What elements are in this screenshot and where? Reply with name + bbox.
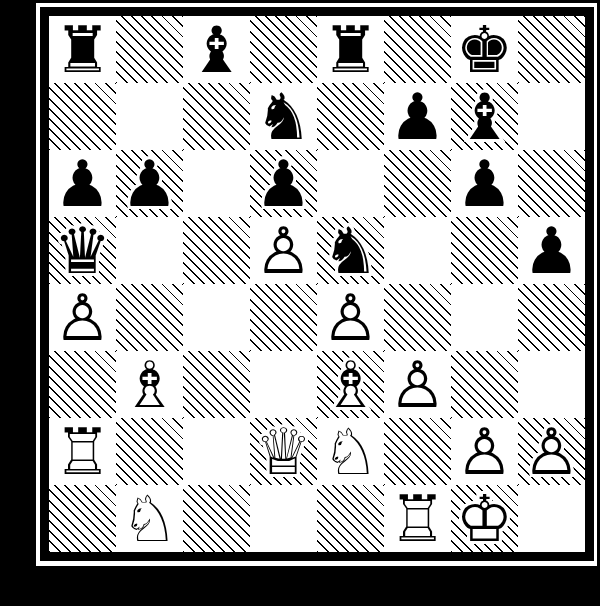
- square-c7[interactable]: [183, 83, 250, 150]
- piece-white-queen[interactable]: ♛♕: [250, 418, 317, 485]
- chess-board: ♜♜♝♝♜♜♚♚♞♞♟♟♝♝♟♟♟♟♟♟♟♟♛♛♟♙♞♞♟♟♟♙♟♙♝♗♝♗♟♙…: [49, 16, 585, 552]
- square-g1[interactable]: ♚♔: [451, 485, 518, 552]
- piece-black-queen[interactable]: ♛♛: [49, 217, 116, 284]
- piece-glyph: ♘: [121, 487, 178, 551]
- piece-black-pawn[interactable]: ♟♟: [116, 150, 183, 217]
- square-f8[interactable]: [384, 16, 451, 83]
- square-b5[interactable]: [116, 217, 183, 284]
- piece-glyph: ♙: [255, 219, 312, 283]
- piece-white-pawn[interactable]: ♟♙: [49, 284, 116, 351]
- square-d3[interactable]: [250, 351, 317, 418]
- square-e3[interactable]: ♝♗: [317, 351, 384, 418]
- square-h1[interactable]: [518, 485, 585, 552]
- piece-glyph: ♙: [54, 286, 111, 350]
- square-a4[interactable]: ♟♙: [49, 284, 116, 351]
- square-h8[interactable]: [518, 16, 585, 83]
- piece-glyph: ♙: [322, 286, 379, 350]
- square-b4[interactable]: [116, 284, 183, 351]
- piece-glyph: ♖: [389, 487, 446, 551]
- piece-black-pawn[interactable]: ♟♟: [250, 150, 317, 217]
- piece-glyph: ♝: [188, 18, 245, 82]
- square-e5[interactable]: ♞♞: [317, 217, 384, 284]
- piece-glyph: ♗: [121, 353, 178, 417]
- square-b6[interactable]: ♟♟: [116, 150, 183, 217]
- square-b8[interactable]: [116, 16, 183, 83]
- square-g4[interactable]: [451, 284, 518, 351]
- piece-white-knight[interactable]: ♞♘: [317, 418, 384, 485]
- square-e2[interactable]: ♞♘: [317, 418, 384, 485]
- piece-glyph: ♘: [322, 420, 379, 484]
- piece-black-pawn[interactable]: ♟♟: [384, 83, 451, 150]
- square-h4[interactable]: [518, 284, 585, 351]
- piece-glyph: ♟: [523, 219, 580, 283]
- piece-white-pawn[interactable]: ♟♙: [317, 284, 384, 351]
- piece-black-rook[interactable]: ♜♜: [49, 16, 116, 83]
- square-g2[interactable]: ♟♙: [451, 418, 518, 485]
- square-c1[interactable]: [183, 485, 250, 552]
- square-b7[interactable]: [116, 83, 183, 150]
- piece-glyph: ♜: [322, 18, 379, 82]
- square-g5[interactable]: [451, 217, 518, 284]
- piece-black-pawn[interactable]: ♟♟: [49, 150, 116, 217]
- square-f1[interactable]: ♜♖: [384, 485, 451, 552]
- square-d1[interactable]: [250, 485, 317, 552]
- piece-glyph: ♟: [456, 152, 513, 216]
- square-f4[interactable]: [384, 284, 451, 351]
- piece-glyph: ♛: [54, 219, 111, 283]
- square-h2[interactable]: ♟♙: [518, 418, 585, 485]
- square-e4[interactable]: ♟♙: [317, 284, 384, 351]
- square-f2[interactable]: [384, 418, 451, 485]
- piece-white-pawn[interactable]: ♟♙: [250, 217, 317, 284]
- piece-glyph: ♕: [255, 420, 312, 484]
- square-b1[interactable]: ♞♘: [116, 485, 183, 552]
- piece-glyph: ♟: [255, 152, 312, 216]
- piece-glyph: ♚: [456, 18, 513, 82]
- square-e8[interactable]: ♜♜: [317, 16, 384, 83]
- square-a7[interactable]: [49, 83, 116, 150]
- square-a1[interactable]: [49, 485, 116, 552]
- square-d5[interactable]: ♟♙: [250, 217, 317, 284]
- piece-glyph: ♝: [456, 85, 513, 149]
- board-sheet: ♜♜♝♝♜♜♚♚♞♞♟♟♝♝♟♟♟♟♟♟♟♟♛♛♟♙♞♞♟♟♟♙♟♙♝♗♝♗♟♙…: [36, 3, 597, 566]
- piece-white-rook[interactable]: ♜♖: [384, 485, 451, 552]
- piece-glyph: ♞: [255, 85, 312, 149]
- piece-white-king[interactable]: ♚♔: [451, 485, 518, 552]
- square-a6[interactable]: ♟♟: [49, 150, 116, 217]
- square-e1[interactable]: [317, 485, 384, 552]
- square-g3[interactable]: [451, 351, 518, 418]
- piece-glyph: ♟: [389, 85, 446, 149]
- piece-white-bishop[interactable]: ♝♗: [116, 351, 183, 418]
- piece-glyph: ♜: [54, 18, 111, 82]
- square-d7[interactable]: ♞♞: [250, 83, 317, 150]
- piece-glyph: ♟: [54, 152, 111, 216]
- square-c8[interactable]: ♝♝: [183, 16, 250, 83]
- square-f3[interactable]: ♟♙: [384, 351, 451, 418]
- square-d4[interactable]: [250, 284, 317, 351]
- page-margin: { "game": "chess", "position": { "fen_pi…: [0, 0, 600, 606]
- piece-black-king[interactable]: ♚♚: [451, 16, 518, 83]
- square-b2[interactable]: [116, 418, 183, 485]
- piece-white-rook[interactable]: ♜♖: [49, 418, 116, 485]
- piece-glyph: ♔: [456, 487, 513, 551]
- square-a8[interactable]: ♜♜: [49, 16, 116, 83]
- square-c5[interactable]: [183, 217, 250, 284]
- square-c3[interactable]: [183, 351, 250, 418]
- square-e7[interactable]: [317, 83, 384, 150]
- piece-black-pawn[interactable]: ♟♟: [518, 217, 585, 284]
- piece-black-knight[interactable]: ♞♞: [317, 217, 384, 284]
- square-h6[interactable]: [518, 150, 585, 217]
- piece-black-bishop[interactable]: ♝♝: [183, 16, 250, 83]
- square-e6[interactable]: [317, 150, 384, 217]
- piece-white-pawn[interactable]: ♟♙: [451, 418, 518, 485]
- square-h3[interactable]: [518, 351, 585, 418]
- piece-glyph: ♙: [523, 420, 580, 484]
- piece-white-bishop[interactable]: ♝♗: [317, 351, 384, 418]
- square-d2[interactable]: ♛♕: [250, 418, 317, 485]
- piece-glyph: ♟: [121, 152, 178, 216]
- square-h7[interactable]: [518, 83, 585, 150]
- piece-glyph: ♙: [456, 420, 513, 484]
- square-c2[interactable]: [183, 418, 250, 485]
- square-g8[interactable]: ♚♚: [451, 16, 518, 83]
- square-c4[interactable]: [183, 284, 250, 351]
- piece-glyph: ♖: [54, 420, 111, 484]
- piece-glyph: ♞: [322, 219, 379, 283]
- piece-white-pawn[interactable]: ♟♙: [384, 351, 451, 418]
- piece-white-knight[interactable]: ♞♘: [116, 485, 183, 552]
- piece-black-pawn[interactable]: ♟♟: [451, 150, 518, 217]
- square-d8[interactable]: [250, 16, 317, 83]
- square-f7[interactable]: ♟♟: [384, 83, 451, 150]
- piece-black-bishop[interactable]: ♝♝: [451, 83, 518, 150]
- square-h5[interactable]: ♟♟: [518, 217, 585, 284]
- square-f5[interactable]: [384, 217, 451, 284]
- square-a2[interactable]: ♜♖: [49, 418, 116, 485]
- square-a5[interactable]: ♛♛: [49, 217, 116, 284]
- piece-white-pawn[interactable]: ♟♙: [518, 418, 585, 485]
- piece-glyph: ♙: [389, 353, 446, 417]
- square-g7[interactable]: ♝♝: [451, 83, 518, 150]
- piece-black-rook[interactable]: ♜♜: [317, 16, 384, 83]
- square-b3[interactable]: ♝♗: [116, 351, 183, 418]
- square-d6[interactable]: ♟♟: [250, 150, 317, 217]
- piece-black-knight[interactable]: ♞♞: [250, 83, 317, 150]
- square-a3[interactable]: [49, 351, 116, 418]
- square-g6[interactable]: ♟♟: [451, 150, 518, 217]
- square-f6[interactable]: [384, 150, 451, 217]
- board-frame: ♜♜♝♝♜♜♚♚♞♞♟♟♝♝♟♟♟♟♟♟♟♟♛♛♟♙♞♞♟♟♟♙♟♙♝♗♝♗♟♙…: [40, 7, 594, 561]
- piece-glyph: ♗: [322, 353, 379, 417]
- square-c6[interactable]: [183, 150, 250, 217]
